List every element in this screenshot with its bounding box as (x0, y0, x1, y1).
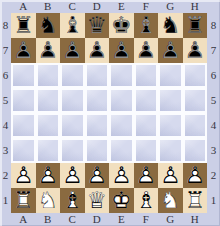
file-label-d: D (85, 213, 110, 226)
piece-white-pawn[interactable]: ♟♙ (109, 163, 134, 188)
square-h7[interactable]: ♟♙ (183, 38, 208, 63)
piece-black-knight[interactable]: ♞♘ (36, 13, 61, 38)
square-a5[interactable] (11, 88, 36, 113)
piece-white-rook[interactable]: ♜♖ (183, 188, 208, 213)
piece-black-pawn[interactable]: ♟♙ (60, 38, 85, 63)
square-f3[interactable] (134, 138, 159, 163)
square-b5[interactable] (36, 88, 61, 113)
square-e1[interactable]: ♚♔ (109, 188, 134, 213)
square-e8[interactable]: ♚♔ (109, 13, 134, 38)
square-f5[interactable] (134, 88, 159, 113)
piece-black-bishop[interactable]: ♝♗ (134, 13, 159, 38)
piece-black-pawn[interactable]: ♟♙ (183, 38, 208, 63)
square-f1[interactable]: ♝♗ (134, 188, 159, 213)
piece-outline-glyph: ♖ (11, 188, 36, 213)
square-g4[interactable] (158, 113, 183, 138)
piece-white-pawn[interactable]: ♟♙ (85, 163, 110, 188)
rank-label-6: 6 (207, 63, 220, 88)
piece-black-pawn[interactable]: ♟♙ (134, 38, 159, 63)
piece-outline-glyph: ♖ (183, 188, 208, 213)
square-a1[interactable]: ♜♖ (11, 188, 36, 213)
square-f4[interactable] (134, 113, 159, 138)
square-d8[interactable]: ♛♕ (85, 13, 110, 38)
piece-outline-glyph: ♙ (85, 38, 110, 63)
piece-black-pawn[interactable]: ♟♙ (11, 38, 36, 63)
square-g7[interactable]: ♟♙ (158, 38, 183, 63)
square-g3[interactable] (158, 138, 183, 163)
square-e3[interactable] (109, 138, 134, 163)
square-c1[interactable]: ♝♗ (60, 188, 85, 213)
piece-black-pawn[interactable]: ♟♙ (36, 38, 61, 63)
file-label-a: A (11, 213, 36, 226)
piece-white-pawn[interactable]: ♟♙ (183, 163, 208, 188)
square-c7[interactable]: ♟♙ (60, 38, 85, 63)
rank-label-7: 7 (207, 38, 220, 63)
rank-label-3: 3 (0, 138, 11, 163)
rank-label-5: 5 (0, 88, 11, 113)
piece-white-king[interactable]: ♚♔ (109, 188, 134, 213)
file-label-c: C (60, 213, 85, 226)
piece-outline-glyph: ♘ (36, 13, 61, 38)
piece-outline-glyph: ♗ (134, 13, 159, 38)
piece-black-pawn[interactable]: ♟♙ (109, 38, 134, 63)
piece-black-bishop[interactable]: ♝♗ (60, 13, 85, 38)
rank-label-8: 8 (207, 13, 220, 38)
piece-outline-glyph: ♘ (158, 188, 183, 213)
piece-outline-glyph: ♖ (183, 13, 208, 38)
piece-black-queen[interactable]: ♛♕ (85, 13, 110, 38)
piece-outline-glyph: ♙ (158, 38, 183, 63)
file-label-b: B (36, 213, 61, 226)
piece-outline-glyph: ♙ (109, 38, 134, 63)
rank-label-5: 5 (207, 88, 220, 113)
piece-outline-glyph: ♙ (134, 163, 159, 188)
square-g6[interactable] (158, 63, 183, 88)
square-b2[interactable]: ♟♙ (36, 163, 61, 188)
rank-label-3: 3 (207, 138, 220, 163)
file-label-h: H (183, 213, 208, 226)
piece-white-pawn[interactable]: ♟♙ (60, 163, 85, 188)
piece-outline-glyph: ♔ (109, 13, 134, 38)
square-b4[interactable] (36, 113, 61, 138)
rank-label-8: 8 (0, 13, 11, 38)
rank-label-4: 4 (207, 113, 220, 138)
square-h3[interactable] (183, 138, 208, 163)
piece-white-pawn[interactable]: ♟♙ (158, 163, 183, 188)
square-a3[interactable] (11, 138, 36, 163)
square-d1[interactable]: ♛♕ (85, 188, 110, 213)
square-f6[interactable] (134, 63, 159, 88)
piece-white-bishop[interactable]: ♝♗ (134, 188, 159, 213)
square-e6[interactable] (109, 63, 134, 88)
rank-label-1: 1 (207, 188, 220, 213)
piece-outline-glyph: ♙ (36, 38, 61, 63)
piece-black-rook[interactable]: ♜♖ (183, 13, 208, 38)
square-b3[interactable] (36, 138, 61, 163)
square-b6[interactable] (36, 63, 61, 88)
square-b1[interactable]: ♞♘ (36, 188, 61, 213)
square-c8[interactable]: ♝♗ (60, 13, 85, 38)
square-h5[interactable] (183, 88, 208, 113)
square-c6[interactable] (60, 63, 85, 88)
piece-white-knight[interactable]: ♞♘ (158, 188, 183, 213)
square-a8[interactable]: ♜♖ (11, 13, 36, 38)
square-a4[interactable] (11, 113, 36, 138)
square-g1[interactable]: ♞♘ (158, 188, 183, 213)
chess-board: ♜♖♞♘♝♗♛♕♚♔♝♗♞♘♜♖♟♙♟♙♟♙♟♙♟♙♟♙♟♙♟♙♟♙♟♙♟♙♟♙… (11, 13, 207, 213)
square-d7[interactable]: ♟♙ (85, 38, 110, 63)
piece-outline-glyph: ♙ (36, 163, 61, 188)
piece-white-bishop[interactable]: ♝♗ (60, 188, 85, 213)
piece-black-rook[interactable]: ♜♖ (11, 13, 36, 38)
square-a2[interactable]: ♟♙ (11, 163, 36, 188)
chess-app-window: ABCDEFGH 87654321 ♜♖♞♘♝♗♛♕♚♔♝♗♞♘♜♖♟♙♟♙♟♙… (0, 0, 220, 226)
piece-white-pawn[interactable]: ♟♙ (134, 163, 159, 188)
rank-label-7: 7 (0, 38, 11, 63)
square-d2[interactable]: ♟♙ (85, 163, 110, 188)
piece-outline-glyph: ♙ (134, 38, 159, 63)
square-c5[interactable] (60, 88, 85, 113)
square-d3[interactable] (85, 138, 110, 163)
piece-outline-glyph: ♔ (109, 188, 134, 213)
piece-outline-glyph: ♗ (60, 188, 85, 213)
square-h4[interactable] (183, 113, 208, 138)
square-h6[interactable] (183, 63, 208, 88)
square-h8[interactable]: ♜♖ (183, 13, 208, 38)
file-label-g: G (158, 213, 183, 226)
rank-labels-left: 87654321 (0, 13, 11, 213)
rank-label-2: 2 (0, 163, 11, 188)
square-e2[interactable]: ♟♙ (109, 163, 134, 188)
square-h2[interactable]: ♟♙ (183, 163, 208, 188)
square-g5[interactable] (158, 88, 183, 113)
file-labels-bottom: ABCDEFGH (11, 213, 207, 226)
square-b7[interactable]: ♟♙ (36, 38, 61, 63)
square-g8[interactable]: ♞♘ (158, 13, 183, 38)
rank-label-6: 6 (0, 63, 11, 88)
piece-white-pawn[interactable]: ♟♙ (11, 163, 36, 188)
piece-black-knight[interactable]: ♞♘ (158, 13, 183, 38)
piece-outline-glyph: ♙ (183, 38, 208, 63)
square-d6[interactable] (85, 63, 110, 88)
rank-label-1: 1 (0, 188, 11, 213)
piece-outline-glyph: ♙ (85, 163, 110, 188)
square-f2[interactable]: ♟♙ (134, 163, 159, 188)
rank-label-2: 2 (207, 163, 220, 188)
piece-black-king[interactable]: ♚♔ (109, 13, 134, 38)
piece-white-knight[interactable]: ♞♘ (36, 188, 61, 213)
square-c2[interactable]: ♟♙ (60, 163, 85, 188)
square-b8[interactable]: ♞♘ (36, 13, 61, 38)
piece-outline-glyph: ♖ (11, 13, 36, 38)
piece-black-pawn[interactable]: ♟♙ (85, 38, 110, 63)
square-h1[interactable]: ♜♖ (183, 188, 208, 213)
square-f7[interactable]: ♟♙ (134, 38, 159, 63)
piece-outline-glyph: ♗ (134, 188, 159, 213)
piece-outline-glyph: ♗ (60, 13, 85, 38)
rank-labels-right: 87654321 (207, 13, 220, 213)
square-g2[interactable]: ♟♙ (158, 163, 183, 188)
piece-black-pawn[interactable]: ♟♙ (158, 38, 183, 63)
file-label-e: E (109, 213, 134, 226)
file-label-f: F (134, 213, 159, 226)
square-e7[interactable]: ♟♙ (109, 38, 134, 63)
square-d5[interactable] (85, 88, 110, 113)
square-a7[interactable]: ♟♙ (11, 38, 36, 63)
piece-outline-glyph: ♙ (183, 163, 208, 188)
piece-outline-glyph: ♘ (36, 188, 61, 213)
piece-outline-glyph: ♕ (85, 188, 110, 213)
rank-label-4: 4 (0, 113, 11, 138)
piece-outline-glyph: ♙ (60, 163, 85, 188)
piece-outline-glyph: ♙ (109, 163, 134, 188)
piece-outline-glyph: ♙ (11, 163, 36, 188)
square-c4[interactable] (60, 113, 85, 138)
square-a6[interactable] (11, 63, 36, 88)
square-e4[interactable] (109, 113, 134, 138)
piece-outline-glyph: ♕ (85, 13, 110, 38)
square-d4[interactable] (85, 113, 110, 138)
square-c3[interactable] (60, 138, 85, 163)
piece-outline-glyph: ♙ (60, 38, 85, 63)
square-e5[interactable] (109, 88, 134, 113)
piece-white-rook[interactable]: ♜♖ (11, 188, 36, 213)
piece-white-queen[interactable]: ♛♕ (85, 188, 110, 213)
piece-white-pawn[interactable]: ♟♙ (36, 163, 61, 188)
square-f8[interactable]: ♝♗ (134, 13, 159, 38)
piece-outline-glyph: ♙ (158, 163, 183, 188)
piece-outline-glyph: ♘ (158, 13, 183, 38)
piece-outline-glyph: ♙ (11, 38, 36, 63)
